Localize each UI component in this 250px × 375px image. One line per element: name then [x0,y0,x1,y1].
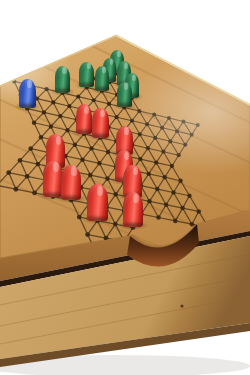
board-hole [73,142,77,146]
peg-blue [19,79,36,109]
board-hole [171,190,175,194]
board-hole [13,187,18,192]
board-hole [164,202,169,207]
board-hole [115,115,119,119]
board-hole [36,162,41,167]
board-hole [156,215,161,220]
board-hole [80,157,85,162]
board-hole [25,174,30,179]
board-hole [76,95,80,99]
board-hole [106,150,110,154]
chinese-checkers-photo [0,0,250,375]
board-hole [39,135,44,140]
board-hole [32,120,36,124]
board-hole [67,104,71,108]
peg-red [87,184,108,220]
board-hole [155,187,159,191]
peg-green [55,66,70,93]
peg-red [61,165,81,201]
board-hole [49,124,53,128]
board-hole [6,170,11,175]
board-hole [147,199,152,204]
peg-green [79,62,94,88]
peg-red [123,192,143,227]
peg-green [117,82,132,108]
board-hole [89,146,93,150]
board-hole [163,175,167,179]
board-hole [92,98,96,102]
board-hole [105,176,110,181]
board-hole [85,232,90,237]
board-hole [42,110,46,114]
board-hole [58,114,62,118]
board-hole [197,209,201,213]
board-hole [190,222,195,227]
board-hole [154,160,158,164]
board-hole [180,206,185,211]
board-hole [173,219,178,224]
peg-red [92,108,109,137]
board-hole [178,179,182,183]
board-hole [187,194,191,198]
peg-red [76,104,93,134]
board-hole [107,102,111,106]
board-hole [97,161,102,166]
board-hole [28,146,33,151]
board-hole [18,158,23,163]
board-hole [51,100,55,104]
board-hole [88,173,93,178]
drawer-knot [180,304,183,307]
board-hole [146,172,150,176]
board-hole [65,128,69,132]
board-hole [138,157,142,161]
peg-green [95,66,110,92]
